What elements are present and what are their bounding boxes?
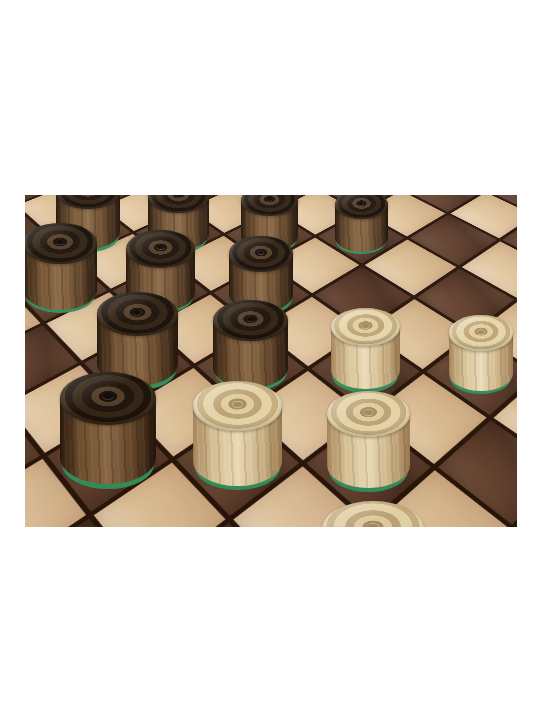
page-background: ⛂⛂⛂⛂⛂⛂⛂⛂⛂⛂⛀⛀⛀⛀⛀	[0, 0, 540, 720]
board-photo: ⛂⛂⛂⛂⛂⛂⛂⛂⛂⛂⛀⛀⛀⛀⛀	[25, 195, 517, 527]
square-anchor	[439, 524, 443, 527]
checkers-board	[25, 195, 517, 527]
